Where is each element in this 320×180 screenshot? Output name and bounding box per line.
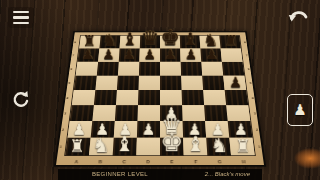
white-pawn-icon: ♟ (293, 103, 306, 118)
square-h8[interactable]: ♜ (219, 36, 240, 49)
square-a4[interactable] (72, 90, 96, 105)
square-c7[interactable]: ♟ (119, 49, 140, 62)
rotate-board-icon[interactable] (8, 87, 34, 113)
rank-label-6: 6 (70, 62, 74, 76)
square-a5[interactable] (74, 76, 97, 90)
square-e1[interactable]: ♚ (160, 138, 184, 155)
square-e4[interactable] (160, 90, 182, 105)
square-d1[interactable] (136, 138, 160, 155)
level-label: BEGINNER LEVEL (92, 171, 148, 177)
square-g1[interactable]: ♞ (206, 138, 231, 155)
square-c3[interactable] (115, 105, 138, 121)
square-h7[interactable] (221, 49, 243, 62)
square-h3[interactable] (226, 105, 250, 121)
file-label-C: C (112, 159, 136, 164)
square-d3[interactable] (137, 105, 160, 121)
white-pawn-d2[interactable]: ♟ (142, 122, 156, 137)
square-c4[interactable] (116, 90, 139, 105)
square-d6[interactable] (139, 62, 160, 76)
square-e7[interactable]: ♟ (160, 49, 181, 62)
white-king-e1[interactable]: ♚ (160, 129, 183, 155)
square-b6[interactable] (97, 62, 119, 76)
file-label-B: B (88, 159, 112, 164)
rank-label-4: 4 (250, 90, 254, 105)
square-g6[interactable] (201, 62, 223, 76)
square-d4[interactable] (138, 90, 160, 105)
black-pawn-d7[interactable]: ♟ (144, 48, 156, 62)
menu-icon[interactable] (8, 7, 34, 28)
square-d2[interactable]: ♟ (137, 121, 160, 138)
file-label-D: D (136, 159, 160, 164)
square-b1[interactable]: ♞ (89, 138, 114, 155)
rank-label-7: 7 (71, 49, 75, 62)
board-grid: ♜♞♝♛♚♝♞♜♟♟♟♟♟♟♟♟♟♟♟♟♟♛♟♟♟♜♞♝♚♝♞♜ (65, 36, 254, 155)
square-b4[interactable] (94, 90, 117, 105)
file-label-A: A (64, 159, 88, 164)
square-g7[interactable]: ♟ (200, 49, 221, 62)
app-background: ♟ ♜♞♝♛♚♝♞♜♟♟♟♟♟♟♟♟♟♟♟♟♟♛♟♟♟♜♞♝♚♝♞♜ ABCDE… (0, 0, 320, 180)
file-label-F: F (184, 159, 208, 164)
file-label-H: H (231, 159, 255, 164)
undo-icon[interactable] (285, 5, 313, 29)
rank-label-7: 7 (245, 49, 249, 62)
square-g5[interactable] (202, 76, 224, 90)
rank-label-2: 2 (61, 121, 65, 138)
square-h5[interactable]: ♟ (223, 76, 246, 90)
rank-label-3: 3 (63, 105, 67, 121)
black-pawn-g7[interactable]: ♟ (205, 48, 217, 62)
square-f7[interactable]: ♟ (180, 49, 201, 62)
file-labels: ABCDEFGH (64, 159, 256, 164)
white-bishop-c1[interactable]: ♝ (115, 134, 134, 155)
square-f1[interactable]: ♝ (183, 138, 207, 155)
square-f4[interactable] (182, 90, 205, 105)
square-e6[interactable] (160, 62, 181, 76)
square-h4[interactable] (225, 90, 249, 105)
rank-label-5: 5 (67, 76, 71, 90)
square-d5[interactable] (138, 76, 160, 90)
white-rook-a1[interactable]: ♜ (69, 137, 85, 155)
file-label-E: E (160, 159, 184, 164)
rank-label-1: 1 (58, 138, 63, 155)
square-b5[interactable] (95, 76, 117, 90)
square-g4[interactable] (203, 90, 226, 105)
square-b3[interactable] (92, 105, 116, 121)
square-a3[interactable] (70, 105, 94, 121)
white-rook-h1[interactable]: ♜ (235, 137, 251, 155)
rank-label-4: 4 (65, 90, 69, 105)
black-rook-h8[interactable]: ♜ (224, 33, 238, 48)
square-f3[interactable] (182, 105, 205, 121)
move-indicator: 2... Black's move (205, 171, 250, 177)
rank-label-1: 1 (257, 138, 262, 155)
black-king-e8[interactable]: ♚ (160, 27, 180, 49)
square-f6[interactable] (181, 62, 203, 76)
square-c6[interactable] (118, 62, 140, 76)
black-pawn-a7[interactable]: ♟ (82, 48, 94, 62)
player-color-icon[interactable]: ♟ (287, 94, 313, 126)
square-c1[interactable]: ♝ (113, 138, 137, 155)
square-a1[interactable]: ♜ (65, 138, 90, 155)
rank-label-6: 6 (247, 62, 251, 76)
rank-label-8: 8 (243, 36, 247, 49)
file-label-G: G (208, 159, 232, 164)
black-pawn-h5[interactable]: ♟ (229, 76, 242, 90)
square-h1[interactable]: ♜ (229, 138, 254, 155)
square-a6[interactable] (76, 62, 98, 76)
white-bishop-f1[interactable]: ♝ (186, 134, 205, 155)
chess-board[interactable]: ♜♞♝♛♚♝♞♜♟♟♟♟♟♟♟♟♟♟♟♟♟♛♟♟♟♜♞♝♚♝♞♜ ABCDEFG… (56, 32, 264, 165)
square-e5[interactable] (160, 76, 182, 90)
black-pawn-b7[interactable]: ♟ (102, 48, 114, 62)
black-pawn-c7[interactable]: ♟ (123, 48, 135, 62)
rank-label-3: 3 (253, 105, 257, 121)
black-pawn-f7[interactable]: ♟ (185, 48, 197, 62)
square-a7[interactable]: ♟ (77, 49, 99, 62)
square-f5[interactable] (181, 76, 203, 90)
square-d7[interactable]: ♟ (139, 49, 160, 62)
rank-label-2: 2 (255, 121, 259, 138)
status-bar: BEGINNER LEVEL 2... Black's move (58, 169, 262, 180)
rank-label-8: 8 (73, 36, 77, 49)
white-knight-b1[interactable]: ♞ (92, 135, 110, 155)
black-pawn-e7[interactable]: ♟ (164, 48, 176, 62)
square-c5[interactable] (117, 76, 139, 90)
white-knight-g1[interactable]: ♞ (210, 135, 228, 155)
board-scene: ♜♞♝♛♚♝♞♜♟♟♟♟♟♟♟♟♟♟♟♟♟♛♟♟♟♜♞♝♚♝♞♜ ABCDEFG… (54, 0, 266, 180)
rank-label-5: 5 (249, 76, 253, 90)
square-b7[interactable]: ♟ (98, 49, 119, 62)
square-g3[interactable] (204, 105, 228, 121)
